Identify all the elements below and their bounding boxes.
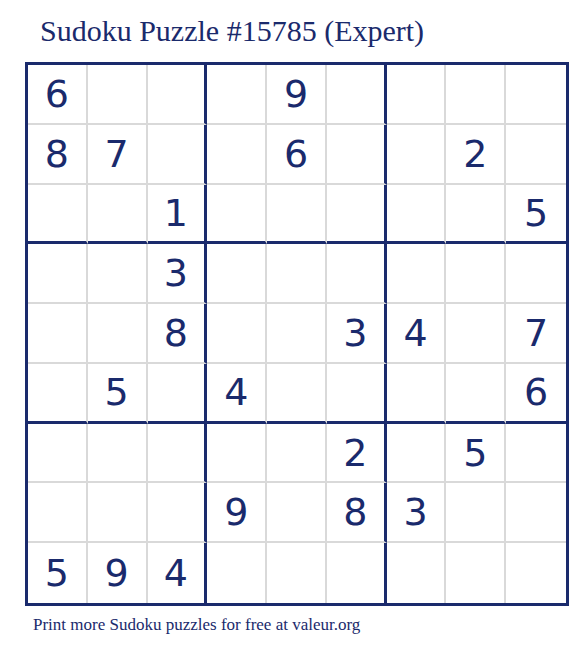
- given-digit: 9: [224, 493, 248, 531]
- cell-r7c6: 2: [327, 424, 387, 484]
- cell-r1c2: [88, 65, 148, 125]
- cell-r8c3: [148, 483, 208, 543]
- given-digit: 3: [164, 254, 188, 292]
- cell-r3c9: 5: [506, 185, 566, 245]
- cell-r3c5: [267, 185, 327, 245]
- given-digit: 3: [403, 493, 427, 531]
- cell-r2c7: [387, 125, 447, 185]
- cell-r2c3: [148, 125, 208, 185]
- cell-r9c3: 4: [148, 543, 208, 603]
- page-title: Sudoku Puzzle #15785 (Expert): [40, 14, 424, 48]
- cell-r9c8: [446, 543, 506, 603]
- cell-r9c9: [506, 543, 566, 603]
- cell-r4c5: [267, 244, 327, 304]
- given-digit: 5: [45, 554, 69, 592]
- cell-r1c1: 6: [28, 65, 88, 125]
- cell-r7c2: [88, 424, 148, 484]
- cell-r4c7: [387, 244, 447, 304]
- cell-r2c4: [207, 125, 267, 185]
- cell-r2c5: 6: [267, 125, 327, 185]
- cell-r9c5: [267, 543, 327, 603]
- cell-r2c1: 8: [28, 125, 88, 185]
- given-digit: 6: [524, 373, 548, 411]
- cell-r2c6: [327, 125, 387, 185]
- cell-r6c7: [387, 364, 447, 424]
- cell-r5c8: [446, 304, 506, 364]
- cell-r5c5: [267, 304, 327, 364]
- cell-r6c3: [148, 364, 208, 424]
- given-digit: 3: [343, 314, 367, 352]
- cell-r1c6: [327, 65, 387, 125]
- cell-r8c8: [446, 483, 506, 543]
- given-digit: 8: [343, 493, 367, 531]
- cell-r8c7: 3: [387, 483, 447, 543]
- cell-r9c4: [207, 543, 267, 603]
- given-digit: 4: [403, 314, 427, 352]
- cell-r8c6: 8: [327, 483, 387, 543]
- footer-text: Print more Sudoku puzzles for free at va…: [33, 615, 360, 635]
- cell-r7c3: [148, 424, 208, 484]
- cell-r5c1: [28, 304, 88, 364]
- given-digit: 4: [224, 373, 248, 411]
- given-digit: 2: [343, 434, 367, 472]
- cell-r2c2: 7: [88, 125, 148, 185]
- cell-r1c9: [506, 65, 566, 125]
- cell-r7c5: [267, 424, 327, 484]
- given-digit: 7: [105, 135, 129, 173]
- given-digit: 8: [164, 314, 188, 352]
- sudoku-grid: 698762153834754625983594: [25, 62, 569, 606]
- cell-r5c2: [88, 304, 148, 364]
- cell-r8c1: [28, 483, 88, 543]
- cell-r5c9: 7: [506, 304, 566, 364]
- cell-r7c1: [28, 424, 88, 484]
- cell-r1c4: [207, 65, 267, 125]
- given-digit: 6: [45, 75, 69, 113]
- cell-r7c9: [506, 424, 566, 484]
- cell-r8c5: [267, 483, 327, 543]
- cell-r3c3: 1: [148, 185, 208, 245]
- cell-r8c4: 9: [207, 483, 267, 543]
- cell-r9c7: [387, 543, 447, 603]
- cell-r4c6: [327, 244, 387, 304]
- cell-r6c6: [327, 364, 387, 424]
- cell-r3c8: [446, 185, 506, 245]
- given-digit: 5: [105, 373, 129, 411]
- cell-r7c7: [387, 424, 447, 484]
- cell-r1c8: [446, 65, 506, 125]
- cell-r1c5: 9: [267, 65, 327, 125]
- given-digit: 2: [463, 135, 487, 173]
- cell-r9c2: 9: [88, 543, 148, 603]
- cell-r6c4: 4: [207, 364, 267, 424]
- cell-r4c1: [28, 244, 88, 304]
- given-digit: 8: [45, 135, 69, 173]
- cell-r6c5: [267, 364, 327, 424]
- cell-r4c9: [506, 244, 566, 304]
- cell-r7c8: 5: [446, 424, 506, 484]
- cell-r9c6: [327, 543, 387, 603]
- cell-r4c2: [88, 244, 148, 304]
- given-digit: 9: [284, 75, 308, 113]
- cell-r5c7: 4: [387, 304, 447, 364]
- given-digit: 6: [284, 135, 308, 173]
- cell-r3c2: [88, 185, 148, 245]
- cell-r3c1: [28, 185, 88, 245]
- cell-r5c3: 8: [148, 304, 208, 364]
- cell-r5c6: 3: [327, 304, 387, 364]
- given-digit: 7: [524, 314, 548, 352]
- cell-r2c8: 2: [446, 125, 506, 185]
- given-digit: 9: [105, 554, 129, 592]
- cell-r7c4: [207, 424, 267, 484]
- given-digit: 5: [524, 194, 548, 232]
- cell-r6c9: 6: [506, 364, 566, 424]
- cell-r3c4: [207, 185, 267, 245]
- cell-r2c9: [506, 125, 566, 185]
- cell-r1c7: [387, 65, 447, 125]
- cell-r6c8: [446, 364, 506, 424]
- cell-r8c2: [88, 483, 148, 543]
- cell-r4c8: [446, 244, 506, 304]
- cell-r3c6: [327, 185, 387, 245]
- cell-r6c2: 5: [88, 364, 148, 424]
- cell-r3c7: [387, 185, 447, 245]
- cell-r4c3: 3: [148, 244, 208, 304]
- cell-r8c9: [506, 483, 566, 543]
- cell-r4c4: [207, 244, 267, 304]
- cell-r6c1: [28, 364, 88, 424]
- cell-r1c3: [148, 65, 208, 125]
- given-digit: 4: [164, 554, 188, 592]
- cell-r9c1: 5: [28, 543, 88, 603]
- cell-r5c4: [207, 304, 267, 364]
- given-digit: 1: [164, 194, 188, 232]
- given-digit: 5: [463, 434, 487, 472]
